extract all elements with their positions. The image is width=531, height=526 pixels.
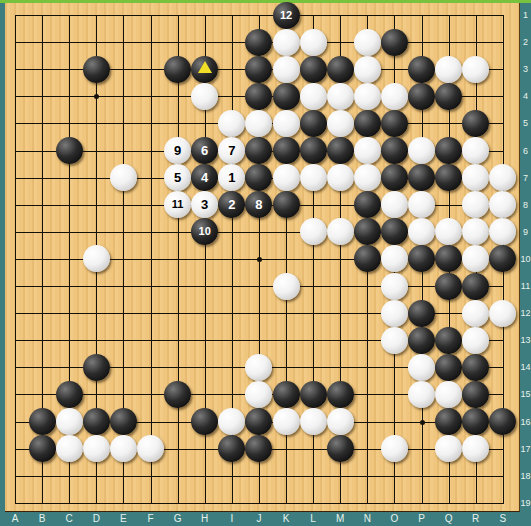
board-point-K10[interactable]	[273, 245, 300, 272]
board-point-G7[interactable]: 5	[164, 164, 191, 191]
board-point-O5[interactable]	[381, 110, 408, 137]
board-point-H14[interactable]	[191, 354, 218, 381]
board-point-L11[interactable]	[300, 273, 327, 300]
board-point-H17[interactable]	[191, 435, 218, 462]
board-point-L2[interactable]	[300, 29, 327, 56]
board-point-D5[interactable]	[83, 110, 110, 137]
board-point-H1[interactable]	[191, 2, 218, 29]
board-point-I11[interactable]	[218, 273, 245, 300]
board-point-S17[interactable]	[489, 435, 516, 462]
board-point-F8[interactable]	[137, 191, 164, 218]
board-point-I9[interactable]	[218, 218, 245, 245]
board-point-H12[interactable]	[191, 300, 218, 327]
board-point-B6[interactable]	[29, 137, 56, 164]
board-point-I16[interactable]	[218, 408, 245, 435]
board-point-Q17[interactable]	[435, 435, 462, 462]
board-point-A12[interactable]	[2, 300, 29, 327]
board-point-P17[interactable]	[408, 435, 435, 462]
board-point-D11[interactable]	[83, 273, 110, 300]
board-point-P12[interactable]	[408, 300, 435, 327]
board-point-O2[interactable]	[381, 29, 408, 56]
board-point-Q1[interactable]	[435, 2, 462, 29]
board-point-O4[interactable]	[381, 83, 408, 110]
board-point-I12[interactable]	[218, 300, 245, 327]
board-point-O13[interactable]	[381, 327, 408, 354]
board-point-N12[interactable]	[354, 300, 381, 327]
board-point-M2[interactable]	[327, 29, 354, 56]
board-point-S4[interactable]	[489, 83, 516, 110]
board-point-L13[interactable]	[300, 327, 327, 354]
board-point-E15[interactable]	[110, 381, 137, 408]
board-point-F5[interactable]	[137, 110, 164, 137]
board-point-J8[interactable]: 8	[245, 191, 272, 218]
board-point-O1[interactable]	[381, 2, 408, 29]
board-point-N8[interactable]	[354, 191, 381, 218]
board-point-G3[interactable]	[164, 56, 191, 83]
board-point-B15[interactable]	[29, 381, 56, 408]
board-point-G17[interactable]	[164, 435, 191, 462]
board-point-Q10[interactable]	[435, 245, 462, 272]
board-point-R4[interactable]	[462, 83, 489, 110]
board-point-P18[interactable]	[408, 462, 435, 489]
board-point-H13[interactable]	[191, 327, 218, 354]
board-point-D6[interactable]	[83, 137, 110, 164]
board-point-N5[interactable]	[354, 110, 381, 137]
board-point-R17[interactable]	[462, 435, 489, 462]
board-point-Q16[interactable]	[435, 408, 462, 435]
board-point-C13[interactable]	[56, 327, 83, 354]
board-point-D8[interactable]	[83, 191, 110, 218]
board-point-R2[interactable]	[462, 29, 489, 56]
board-point-S15[interactable]	[489, 381, 516, 408]
board-point-P5[interactable]	[408, 110, 435, 137]
board-point-B12[interactable]	[29, 300, 56, 327]
board-point-O10[interactable]	[381, 245, 408, 272]
board-point-N17[interactable]	[354, 435, 381, 462]
board-point-R18[interactable]	[462, 462, 489, 489]
board-point-E10[interactable]	[110, 245, 137, 272]
board-point-Q11[interactable]	[435, 273, 462, 300]
board-point-L5[interactable]	[300, 110, 327, 137]
board-point-B18[interactable]	[29, 462, 56, 489]
board-point-L12[interactable]	[300, 300, 327, 327]
board-point-E7[interactable]	[110, 164, 137, 191]
board-point-K8[interactable]	[273, 191, 300, 218]
board-point-R11[interactable]	[462, 273, 489, 300]
board-point-L6[interactable]	[300, 137, 327, 164]
board-point-J13[interactable]	[245, 327, 272, 354]
board-point-Q14[interactable]	[435, 354, 462, 381]
board-point-P10[interactable]	[408, 245, 435, 272]
board-point-D16[interactable]	[83, 408, 110, 435]
board-point-B7[interactable]	[29, 164, 56, 191]
board-point-M4[interactable]	[327, 83, 354, 110]
board-point-M10[interactable]	[327, 245, 354, 272]
board-point-K13[interactable]	[273, 327, 300, 354]
board-point-Q7[interactable]	[435, 164, 462, 191]
board-point-L8[interactable]	[300, 191, 327, 218]
board-point-F2[interactable]	[137, 29, 164, 56]
board-point-F3[interactable]	[137, 56, 164, 83]
board-point-C8[interactable]	[56, 191, 83, 218]
board-point-A11[interactable]	[2, 273, 29, 300]
board-point-B3[interactable]	[29, 56, 56, 83]
board-point-N1[interactable]	[354, 2, 381, 29]
board-point-J10[interactable]	[245, 245, 272, 272]
board-point-G4[interactable]	[164, 83, 191, 110]
board-point-C4[interactable]	[56, 83, 83, 110]
board-point-M3[interactable]	[327, 56, 354, 83]
board-point-O12[interactable]	[381, 300, 408, 327]
board-point-N15[interactable]	[354, 381, 381, 408]
board-point-M16[interactable]	[327, 408, 354, 435]
board-point-K16[interactable]	[273, 408, 300, 435]
board-point-O14[interactable]	[381, 354, 408, 381]
board-point-A1[interactable]	[2, 2, 29, 29]
board-point-P2[interactable]	[408, 29, 435, 56]
board-point-K12[interactable]	[273, 300, 300, 327]
board-point-G2[interactable]	[164, 29, 191, 56]
board-point-L17[interactable]	[300, 435, 327, 462]
board-point-H3[interactable]	[191, 56, 218, 83]
board-point-S2[interactable]	[489, 29, 516, 56]
board-point-H5[interactable]	[191, 110, 218, 137]
board-point-A2[interactable]	[2, 29, 29, 56]
board-point-C9[interactable]	[56, 218, 83, 245]
board-point-M15[interactable]	[327, 381, 354, 408]
board-point-G15[interactable]	[164, 381, 191, 408]
board-point-G13[interactable]	[164, 327, 191, 354]
board-point-R7[interactable]	[462, 164, 489, 191]
board-point-G12[interactable]	[164, 300, 191, 327]
board-point-A13[interactable]	[2, 327, 29, 354]
board-point-J12[interactable]	[245, 300, 272, 327]
board-point-E4[interactable]	[110, 83, 137, 110]
board-point-I8[interactable]: 2	[218, 191, 245, 218]
board-point-B1[interactable]	[29, 2, 56, 29]
board-point-O3[interactable]	[381, 56, 408, 83]
board-point-F15[interactable]	[137, 381, 164, 408]
board-point-G5[interactable]	[164, 110, 191, 137]
board-point-E17[interactable]	[110, 435, 137, 462]
board-point-Q9[interactable]	[435, 218, 462, 245]
board-point-N6[interactable]	[354, 137, 381, 164]
board-point-A15[interactable]	[2, 381, 29, 408]
board-point-H6[interactable]: 6	[191, 137, 218, 164]
board-point-R5[interactable]	[462, 110, 489, 137]
board-point-B10[interactable]	[29, 245, 56, 272]
board-point-F11[interactable]	[137, 273, 164, 300]
board-point-K6[interactable]	[273, 137, 300, 164]
board-point-N3[interactable]	[354, 56, 381, 83]
board-point-L9[interactable]	[300, 218, 327, 245]
board-point-N18[interactable]	[354, 462, 381, 489]
board-point-R14[interactable]	[462, 354, 489, 381]
board-point-H16[interactable]	[191, 408, 218, 435]
board-point-R9[interactable]	[462, 218, 489, 245]
board-point-F13[interactable]	[137, 327, 164, 354]
board-point-S12[interactable]	[489, 300, 516, 327]
board-point-A14[interactable]	[2, 354, 29, 381]
board-point-J5[interactable]	[245, 110, 272, 137]
board-point-R3[interactable]	[462, 56, 489, 83]
board-point-Q3[interactable]	[435, 56, 462, 83]
board-point-M5[interactable]	[327, 110, 354, 137]
board-point-G9[interactable]	[164, 218, 191, 245]
board-point-H18[interactable]	[191, 462, 218, 489]
board-point-R12[interactable]	[462, 300, 489, 327]
board-point-O8[interactable]	[381, 191, 408, 218]
board-point-E14[interactable]	[110, 354, 137, 381]
board-point-N16[interactable]	[354, 408, 381, 435]
board-point-E8[interactable]	[110, 191, 137, 218]
board-point-D13[interactable]	[83, 327, 110, 354]
board-point-J14[interactable]	[245, 354, 272, 381]
board-point-F16[interactable]	[137, 408, 164, 435]
board-point-A3[interactable]	[2, 56, 29, 83]
board-point-M18[interactable]	[327, 462, 354, 489]
board-point-O7[interactable]	[381, 164, 408, 191]
board-point-N14[interactable]	[354, 354, 381, 381]
board-point-M7[interactable]	[327, 164, 354, 191]
board-point-N7[interactable]	[354, 164, 381, 191]
board-point-K18[interactable]	[273, 462, 300, 489]
board-point-D9[interactable]	[83, 218, 110, 245]
board-point-C1[interactable]	[56, 2, 83, 29]
board-point-F7[interactable]	[137, 164, 164, 191]
board-point-F17[interactable]	[137, 435, 164, 462]
board-point-F1[interactable]	[137, 2, 164, 29]
board-point-P6[interactable]	[408, 137, 435, 164]
board-point-Q15[interactable]	[435, 381, 462, 408]
board-point-J16[interactable]	[245, 408, 272, 435]
board-point-R16[interactable]	[462, 408, 489, 435]
board-point-C15[interactable]	[56, 381, 83, 408]
board-point-P7[interactable]	[408, 164, 435, 191]
board-point-G16[interactable]	[164, 408, 191, 435]
board-point-A17[interactable]	[2, 435, 29, 462]
board-point-H11[interactable]	[191, 273, 218, 300]
board-point-K2[interactable]	[273, 29, 300, 56]
board-point-O15[interactable]	[381, 381, 408, 408]
board-point-F12[interactable]	[137, 300, 164, 327]
board-point-H7[interactable]: 4	[191, 164, 218, 191]
board-point-H8[interactable]: 3	[191, 191, 218, 218]
board-point-D17[interactable]	[83, 435, 110, 462]
board-point-B9[interactable]	[29, 218, 56, 245]
board-point-C7[interactable]	[56, 164, 83, 191]
board-point-H9[interactable]: 10	[191, 218, 218, 245]
board-point-S1[interactable]	[489, 2, 516, 29]
board-point-B5[interactable]	[29, 110, 56, 137]
board-point-A8[interactable]	[2, 191, 29, 218]
board-point-C14[interactable]	[56, 354, 83, 381]
board-point-E2[interactable]	[110, 29, 137, 56]
board-point-K15[interactable]	[273, 381, 300, 408]
board-point-M14[interactable]	[327, 354, 354, 381]
board-point-K4[interactable]	[273, 83, 300, 110]
board-point-S10[interactable]	[489, 245, 516, 272]
board-point-H4[interactable]	[191, 83, 218, 110]
board-point-O6[interactable]	[381, 137, 408, 164]
board-point-Q5[interactable]	[435, 110, 462, 137]
board-point-J9[interactable]	[245, 218, 272, 245]
board-point-L15[interactable]	[300, 381, 327, 408]
board-point-H10[interactable]	[191, 245, 218, 272]
board-point-N10[interactable]	[354, 245, 381, 272]
board-point-I15[interactable]	[218, 381, 245, 408]
board-point-G14[interactable]	[164, 354, 191, 381]
board-point-I5[interactable]	[218, 110, 245, 137]
board-point-M11[interactable]	[327, 273, 354, 300]
board-point-J7[interactable]	[245, 164, 272, 191]
board-point-E13[interactable]	[110, 327, 137, 354]
board-point-P16[interactable]	[408, 408, 435, 435]
board-point-K9[interactable]	[273, 218, 300, 245]
board-point-F6[interactable]	[137, 137, 164, 164]
board-point-I10[interactable]	[218, 245, 245, 272]
board-point-G11[interactable]	[164, 273, 191, 300]
board-point-K7[interactable]	[273, 164, 300, 191]
board-point-D2[interactable]	[83, 29, 110, 56]
board-point-C11[interactable]	[56, 273, 83, 300]
board-point-O16[interactable]	[381, 408, 408, 435]
board-point-L10[interactable]	[300, 245, 327, 272]
board-point-L4[interactable]	[300, 83, 327, 110]
board-point-I14[interactable]	[218, 354, 245, 381]
board-point-S16[interactable]	[489, 408, 516, 435]
board-point-E5[interactable]	[110, 110, 137, 137]
board-point-S13[interactable]	[489, 327, 516, 354]
board-point-L18[interactable]	[300, 462, 327, 489]
board-point-I1[interactable]	[218, 2, 245, 29]
board-point-A9[interactable]	[2, 218, 29, 245]
board-point-C17[interactable]	[56, 435, 83, 462]
board-point-S11[interactable]	[489, 273, 516, 300]
board-point-D15[interactable]	[83, 381, 110, 408]
board-point-S6[interactable]	[489, 137, 516, 164]
board-point-D10[interactable]	[83, 245, 110, 272]
board-point-D3[interactable]	[83, 56, 110, 83]
board-point-I4[interactable]	[218, 83, 245, 110]
board-point-R8[interactable]	[462, 191, 489, 218]
board-point-C2[interactable]	[56, 29, 83, 56]
board-point-A5[interactable]	[2, 110, 29, 137]
board-point-D4[interactable]	[83, 83, 110, 110]
board-point-S18[interactable]	[489, 462, 516, 489]
board-point-G18[interactable]	[164, 462, 191, 489]
board-point-M13[interactable]	[327, 327, 354, 354]
board-point-Q2[interactable]	[435, 29, 462, 56]
board-point-F14[interactable]	[137, 354, 164, 381]
board-point-E11[interactable]	[110, 273, 137, 300]
board-point-K5[interactable]	[273, 110, 300, 137]
board-point-H15[interactable]	[191, 381, 218, 408]
board-point-S5[interactable]	[489, 110, 516, 137]
board-point-Q6[interactable]	[435, 137, 462, 164]
board-point-E6[interactable]	[110, 137, 137, 164]
board-point-B13[interactable]	[29, 327, 56, 354]
board-point-I18[interactable]	[218, 462, 245, 489]
board-point-I13[interactable]	[218, 327, 245, 354]
board-point-R13[interactable]	[462, 327, 489, 354]
board-point-P11[interactable]	[408, 273, 435, 300]
board-point-B16[interactable]	[29, 408, 56, 435]
board-point-J11[interactable]	[245, 273, 272, 300]
board-point-S9[interactable]	[489, 218, 516, 245]
board-point-J3[interactable]	[245, 56, 272, 83]
board-point-E3[interactable]	[110, 56, 137, 83]
board-point-R15[interactable]	[462, 381, 489, 408]
board-point-R1[interactable]	[462, 2, 489, 29]
board-point-P13[interactable]	[408, 327, 435, 354]
board-point-Q4[interactable]	[435, 83, 462, 110]
board-point-E1[interactable]	[110, 2, 137, 29]
board-point-G10[interactable]	[164, 245, 191, 272]
board-point-J15[interactable]	[245, 381, 272, 408]
board-point-F10[interactable]	[137, 245, 164, 272]
board-point-P8[interactable]	[408, 191, 435, 218]
board-point-B11[interactable]	[29, 273, 56, 300]
board-point-K1[interactable]: 12	[273, 2, 300, 29]
board-point-P9[interactable]	[408, 218, 435, 245]
board-point-L16[interactable]	[300, 408, 327, 435]
board-point-J1[interactable]	[245, 2, 272, 29]
board-point-P3[interactable]	[408, 56, 435, 83]
board-point-C3[interactable]	[56, 56, 83, 83]
board-point-S14[interactable]	[489, 354, 516, 381]
board-point-L14[interactable]	[300, 354, 327, 381]
board-point-N11[interactable]	[354, 273, 381, 300]
board-point-A7[interactable]	[2, 164, 29, 191]
board-point-I2[interactable]	[218, 29, 245, 56]
board-point-C5[interactable]	[56, 110, 83, 137]
board-point-M1[interactable]	[327, 2, 354, 29]
board-point-I17[interactable]	[218, 435, 245, 462]
board-point-H2[interactable]	[191, 29, 218, 56]
board-point-E9[interactable]	[110, 218, 137, 245]
board-point-C12[interactable]	[56, 300, 83, 327]
board-point-G1[interactable]	[164, 2, 191, 29]
board-point-B4[interactable]	[29, 83, 56, 110]
board-point-C6[interactable]	[56, 137, 83, 164]
board-point-K17[interactable]	[273, 435, 300, 462]
board-point-J6[interactable]	[245, 137, 272, 164]
board-point-F4[interactable]	[137, 83, 164, 110]
board-point-A18[interactable]	[2, 462, 29, 489]
board-point-J4[interactable]	[245, 83, 272, 110]
board-point-Q18[interactable]	[435, 462, 462, 489]
board-point-O11[interactable]	[381, 273, 408, 300]
board-point-J2[interactable]	[245, 29, 272, 56]
board-point-B8[interactable]	[29, 191, 56, 218]
board-point-J18[interactable]	[245, 462, 272, 489]
board-point-L3[interactable]	[300, 56, 327, 83]
board-point-R6[interactable]	[462, 137, 489, 164]
board-point-D18[interactable]	[83, 462, 110, 489]
board-point-P15[interactable]	[408, 381, 435, 408]
board-point-G6[interactable]: 9	[164, 137, 191, 164]
board-point-A6[interactable]	[2, 137, 29, 164]
board-point-N2[interactable]	[354, 29, 381, 56]
board-point-D7[interactable]	[83, 164, 110, 191]
board-point-N13[interactable]	[354, 327, 381, 354]
board-point-B14[interactable]	[29, 354, 56, 381]
board-point-A4[interactable]	[2, 83, 29, 110]
board-point-C18[interactable]	[56, 462, 83, 489]
board-point-F9[interactable]	[137, 218, 164, 245]
board-point-P14[interactable]	[408, 354, 435, 381]
